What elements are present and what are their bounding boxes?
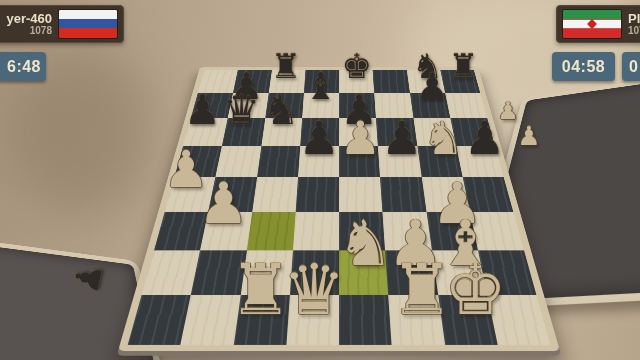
piece-white-queen-d1[interactable]: ♛ [283,255,346,325]
russia-flag-icon [58,9,118,39]
piece-black-knight-c6[interactable]: ♞ [262,90,299,131]
clock-right: 04:58 [552,52,615,81]
clock-right-secondary: 0 [622,52,640,81]
piece-white-pawn-b3[interactable]: ♟ [198,175,249,232]
piece-black-rook-h8[interactable]: ♜ [448,49,478,83]
square-d4[interactable] [295,177,339,212]
square-c4[interactable] [252,177,298,212]
square-f8[interactable] [373,70,410,93]
piece-black-bishop-d7[interactable]: ♝ [304,68,337,105]
piece-black-pawn-h5[interactable]: ♟ [464,115,505,161]
piece-white-pawn-e5[interactable]: ♟ [340,115,381,161]
player-right-name: Pla [628,12,640,26]
player-left-rating: 1078 [30,26,52,37]
player-panel-right[interactable]: Pla 1072 [556,5,640,43]
piece-white-knight-e2[interactable]: ♞ [337,212,393,275]
piece-black-queen-b6[interactable]: ♛ [223,90,260,131]
captured-white-pawn: ♟ [517,123,540,149]
game-screen: ♜♚♞♜♟♝♟♟♛♞♟♟♟♟♟♞♟♟♟♞♟♝♜♛♜♚♟♟♟ yer-460 10… [0,0,640,360]
piece-black-king-e8[interactable]: ♚ [342,49,372,83]
square-c3[interactable] [246,211,295,250]
piece-black-pawn-g7[interactable]: ♟ [416,68,449,105]
player-panel-left[interactable]: yer-460 1078 [0,5,124,43]
piece-black-pawn-d5[interactable]: ♟ [298,115,339,161]
piece-white-king-g1[interactable]: ♚ [444,255,507,325]
player-right-rating: 1072 [628,26,640,37]
clock-left: 6:48 [0,52,46,81]
square-e1[interactable] [339,294,392,344]
iran-emblem-icon [587,19,597,29]
piece-white-knight-g5[interactable]: ♞ [423,115,464,161]
player-left-name: yer-460 [6,12,52,26]
piece-black-pawn-a6[interactable]: ♟ [184,90,221,131]
piece-black-pawn-f5[interactable]: ♟ [381,115,422,161]
square-d3[interactable] [293,211,339,250]
square-c5[interactable] [257,146,300,177]
piece-black-rook-c8[interactable]: ♜ [271,49,301,83]
iran-flag-icon [562,9,622,39]
